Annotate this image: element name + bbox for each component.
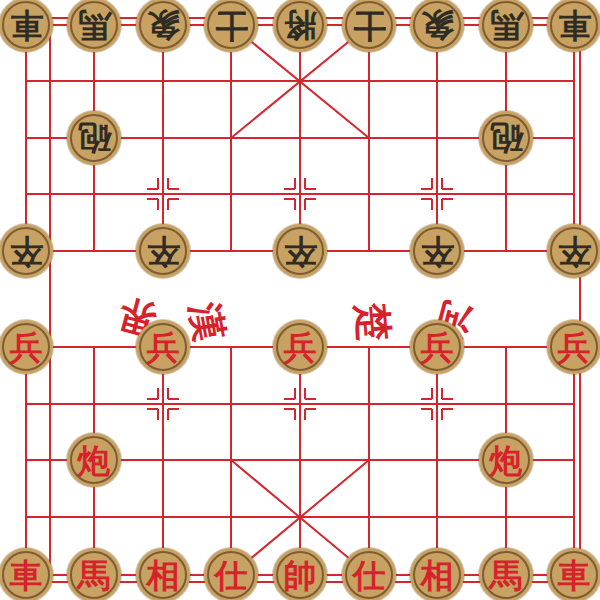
piece-glyph: 兵 (147, 331, 180, 364)
piece-red-chariot[interactable]: 車 (0, 548, 53, 600)
piece-black-general[interactable]: 將 (273, 0, 327, 52)
piece-red-general[interactable]: 帥 (273, 548, 327, 600)
piece-red-soldier[interactable]: 兵 (547, 320, 600, 374)
piece-glyph: 炮 (490, 444, 523, 477)
piece-glyph: 仕 (215, 559, 248, 592)
piece-glyph: 卒 (558, 235, 591, 268)
piece-red-elephant[interactable]: 相 (410, 548, 464, 600)
piece-black-cannon[interactable]: 砲 (67, 111, 121, 165)
piece-black-soldier[interactable]: 卒 (0, 224, 53, 278)
piece-glyph: 士 (215, 9, 248, 42)
xiangqi-board: 車馬象士將士象馬車砲砲卒卒卒卒卒兵兵兵兵兵炮炮車馬相仕帥仕相馬車界漢楚河 (0, 0, 600, 600)
piece-red-chariot[interactable]: 車 (547, 548, 600, 600)
piece-glyph: 車 (10, 9, 43, 42)
piece-red-horse[interactable]: 馬 (479, 548, 533, 600)
piece-glyph: 帥 (284, 559, 317, 592)
piece-glyph: 卒 (421, 235, 454, 268)
piece-glyph: 馬 (490, 559, 523, 592)
piece-red-soldier[interactable]: 兵 (136, 320, 190, 374)
river-inscription-char: 楚 (352, 301, 393, 342)
piece-glyph: 砲 (490, 122, 523, 155)
piece-glyph: 馬 (78, 559, 111, 592)
piece-glyph: 將 (284, 9, 317, 42)
piece-black-soldier[interactable]: 卒 (410, 224, 464, 278)
piece-glyph: 車 (558, 9, 591, 42)
piece-black-chariot[interactable]: 車 (547, 0, 600, 52)
piece-red-cannon[interactable]: 炮 (67, 433, 121, 487)
piece-glyph: 卒 (284, 235, 317, 268)
piece-glyph: 兵 (558, 331, 591, 364)
piece-red-horse[interactable]: 馬 (67, 548, 121, 600)
piece-black-elephant[interactable]: 象 (136, 0, 190, 52)
piece-red-advisor[interactable]: 仕 (342, 548, 396, 600)
piece-black-cannon[interactable]: 砲 (479, 111, 533, 165)
piece-glyph: 砲 (78, 122, 111, 155)
board-grid (0, 0, 600, 600)
piece-red-cannon[interactable]: 炮 (479, 433, 533, 487)
piece-glyph: 仕 (353, 559, 386, 592)
piece-red-advisor[interactable]: 仕 (204, 548, 258, 600)
piece-red-soldier[interactable]: 兵 (410, 320, 464, 374)
piece-glyph: 馬 (490, 9, 523, 42)
piece-black-soldier[interactable]: 卒 (136, 224, 190, 278)
piece-glyph: 士 (353, 9, 386, 42)
piece-glyph: 相 (421, 559, 454, 592)
piece-glyph: 兵 (284, 331, 317, 364)
piece-glyph: 兵 (10, 331, 43, 364)
piece-glyph: 車 (10, 559, 43, 592)
piece-glyph: 卒 (10, 235, 43, 268)
piece-black-horse[interactable]: 馬 (479, 0, 533, 52)
piece-glyph: 炮 (78, 444, 111, 477)
piece-glyph: 車 (558, 559, 591, 592)
piece-black-elephant[interactable]: 象 (410, 0, 464, 52)
piece-red-elephant[interactable]: 相 (136, 548, 190, 600)
piece-black-advisor[interactable]: 士 (204, 0, 258, 52)
piece-glyph: 卒 (147, 235, 180, 268)
piece-red-soldier[interactable]: 兵 (273, 320, 327, 374)
piece-red-soldier[interactable]: 兵 (0, 320, 53, 374)
piece-glyph: 象 (147, 9, 180, 42)
piece-black-advisor[interactable]: 士 (342, 0, 396, 52)
piece-glyph: 象 (421, 9, 454, 42)
river-inscription-char: 漢 (185, 300, 229, 344)
piece-black-horse[interactable]: 馬 (67, 0, 121, 52)
piece-black-soldier[interactable]: 卒 (273, 224, 327, 278)
piece-glyph: 兵 (421, 331, 454, 364)
piece-black-soldier[interactable]: 卒 (547, 224, 600, 278)
piece-glyph: 馬 (78, 9, 111, 42)
piece-glyph: 相 (147, 559, 180, 592)
